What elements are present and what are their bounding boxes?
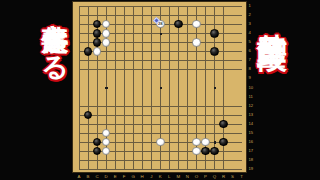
white-stone [192, 147, 201, 156]
row-label: 7 [249, 58, 251, 62]
column-label: T [240, 175, 243, 179]
white-stone [102, 38, 111, 47]
column-label: L [168, 175, 170, 179]
thumbnail-stage: 大事件起きる 仲邑菫三段 28 ABCDEFGHJKLMNOPQRST 1234… [0, 0, 320, 180]
white-stone [192, 138, 201, 147]
column-label: B [87, 175, 90, 179]
white-stone [102, 29, 111, 38]
white-stone [192, 38, 201, 47]
last-move-number: 28 [158, 22, 163, 26]
row-label: 17 [249, 149, 254, 153]
column-label: D [104, 175, 107, 179]
black-stone [174, 20, 183, 29]
star-point [214, 87, 216, 89]
row-label: 14 [249, 122, 254, 126]
white-stone [201, 138, 210, 147]
row-label: 2 [249, 13, 251, 17]
column-label: K [159, 175, 162, 179]
star-point [160, 33, 162, 35]
white-stone [156, 138, 165, 147]
row-label: 19 [249, 167, 254, 171]
column-label: J [150, 175, 152, 179]
row-label: 8 [249, 67, 251, 71]
white-stone [93, 47, 102, 56]
column-label: Q [213, 175, 216, 179]
row-label: 16 [249, 140, 254, 144]
column-label: R [222, 175, 225, 179]
column-label: A [78, 175, 81, 179]
row-label: 4 [249, 31, 251, 35]
row-label: 13 [249, 113, 254, 117]
black-stone [219, 138, 228, 147]
column-label: O [195, 175, 198, 179]
row-label: 18 [249, 158, 254, 162]
black-stone [210, 29, 219, 38]
row-label: 6 [249, 49, 251, 53]
black-stone [210, 147, 219, 156]
row-label: 1 [249, 4, 251, 8]
star-point [105, 87, 107, 89]
black-stone [201, 147, 210, 156]
star-point [160, 87, 162, 89]
black-stone [210, 47, 219, 56]
row-label: 9 [249, 76, 251, 80]
left-caption: 大事件起きる [42, 5, 69, 67]
row-label: 15 [249, 131, 254, 135]
column-label: G [131, 175, 134, 179]
column-label: P [204, 175, 207, 179]
right-caption: 仲邑菫三段 [257, 10, 287, 20]
black-stone [84, 47, 93, 56]
black-stone [219, 120, 228, 129]
column-label: M [176, 175, 180, 179]
column-label: S [231, 175, 234, 179]
row-label: 10 [249, 86, 254, 90]
star-point [214, 141, 216, 143]
row-label: 5 [249, 40, 251, 44]
black-stone [93, 38, 102, 47]
goban[interactable]: 28 [72, 1, 247, 173]
black-stone [93, 29, 102, 38]
row-label: 12 [249, 104, 254, 108]
column-label: C [95, 175, 98, 179]
column-label: F [123, 175, 126, 179]
column-label: N [186, 175, 189, 179]
white-stone [192, 20, 201, 29]
row-label: 11 [249, 95, 253, 99]
row-label: 3 [249, 22, 251, 26]
column-label: E [114, 175, 117, 179]
column-label: H [141, 175, 144, 179]
